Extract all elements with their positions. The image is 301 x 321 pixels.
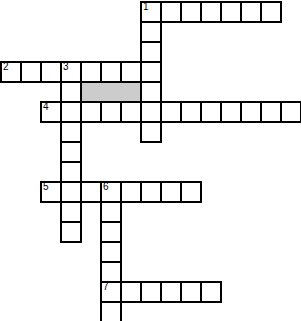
grid-cell-r0c13[interactable] — [261, 2, 281, 22]
grid-cell-r10c5[interactable] — [101, 202, 121, 222]
grid-cell-r5c10[interactable] — [201, 102, 221, 122]
grid-cell-r5c9[interactable] — [181, 102, 201, 122]
grid-cell-r0c8[interactable] — [161, 2, 181, 22]
grid-cell-r3c4[interactable] — [81, 62, 101, 82]
grid-cell-r11c5[interactable] — [101, 222, 121, 242]
shaded-cell[interactable] — [81, 82, 141, 102]
crossword-puzzle: 1234567 — [0, 0, 301, 321]
grid-cell-r9c6[interactable] — [121, 182, 141, 202]
grid-cell-r14c6[interactable] — [121, 282, 141, 302]
grid-cell-r2c7[interactable] — [141, 42, 161, 62]
grid-cell-r5c12[interactable] — [241, 102, 261, 122]
grid-cell-r5c14[interactable] — [281, 102, 301, 122]
grid-cell-r14c5[interactable]: 7 — [101, 282, 121, 302]
grid-cell-r5c7[interactable] — [141, 102, 161, 122]
clue-number-3: 3 — [63, 62, 69, 72]
grid-cell-r6c3[interactable] — [61, 122, 81, 142]
grid-cell-r14c9[interactable] — [181, 282, 201, 302]
grid-cell-r15c5[interactable] — [101, 302, 121, 321]
grid-cell-r5c8[interactable] — [161, 102, 181, 122]
grid-cell-r9c5[interactable]: 6 — [101, 182, 121, 202]
clue-number-7: 7 — [103, 282, 109, 292]
grid-cell-r14c10[interactable] — [201, 282, 221, 302]
grid-cell-r9c3[interactable] — [61, 182, 81, 202]
grid-cell-r3c1[interactable] — [21, 62, 41, 82]
grid-cell-r9c7[interactable] — [141, 182, 161, 202]
grid-cell-r14c7[interactable] — [141, 282, 161, 302]
clue-number-6: 6 — [103, 182, 109, 192]
grid-cell-r0c12[interactable] — [241, 2, 261, 22]
crossword-board: 1234567 — [1, 2, 301, 321]
grid-cell-r3c3[interactable]: 3 — [61, 62, 81, 82]
grid-cell-r5c6[interactable] — [121, 102, 141, 122]
grid-cell-r5c5[interactable] — [101, 102, 121, 122]
clue-number-1: 1 — [143, 2, 149, 12]
grid-cell-r9c9[interactable] — [181, 182, 201, 202]
grid-cell-r11c3[interactable] — [61, 222, 81, 242]
grid-cell-r5c13[interactable] — [261, 102, 281, 122]
grid-cell-r12c5[interactable] — [101, 242, 121, 262]
grid-cell-r7c3[interactable] — [61, 142, 81, 162]
grid-cell-r3c2[interactable] — [41, 62, 61, 82]
grid-cell-r3c0[interactable]: 2 — [1, 62, 21, 82]
grid-cell-r5c11[interactable] — [221, 102, 241, 122]
grid-cell-r9c2[interactable]: 5 — [41, 182, 61, 202]
grid-cell-r8c3[interactable] — [61, 162, 81, 182]
grid-cell-r4c3[interactable] — [61, 82, 81, 102]
grid-cell-r9c8[interactable] — [161, 182, 181, 202]
clue-number-5: 5 — [43, 182, 49, 192]
grid-cell-r5c4[interactable] — [81, 102, 101, 122]
grid-cell-r3c7[interactable] — [141, 62, 161, 82]
grid-cell-r14c8[interactable] — [161, 282, 181, 302]
grid-cell-r1c7[interactable] — [141, 22, 161, 42]
grid-cell-r0c11[interactable] — [221, 2, 241, 22]
clue-number-4: 4 — [43, 102, 49, 112]
grid-cell-r0c9[interactable] — [181, 2, 201, 22]
grid-cell-r10c3[interactable] — [61, 202, 81, 222]
grid-cell-r4c7[interactable] — [141, 82, 161, 102]
grid-cell-r0c7[interactable]: 1 — [141, 2, 161, 22]
grid-cell-r3c5[interactable] — [101, 62, 121, 82]
clue-number-2: 2 — [3, 62, 9, 72]
grid-cell-r6c7[interactable] — [141, 122, 161, 142]
grid-cell-r3c6[interactable] — [121, 62, 141, 82]
grid-cell-r5c3[interactable] — [61, 102, 81, 122]
grid-cell-r9c4[interactable] — [81, 182, 101, 202]
grid-cell-r5c2[interactable]: 4 — [41, 102, 61, 122]
grid-cell-r0c10[interactable] — [201, 2, 221, 22]
grid-cell-r13c5[interactable] — [101, 262, 121, 282]
